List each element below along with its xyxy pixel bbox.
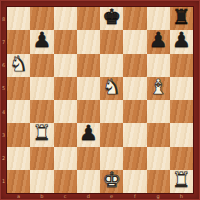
chess-app-window: ♚♜♟♟♟♞♞♝♜♟♚♜ 87654321abcdefgh [0, 0, 200, 200]
square-e1[interactable]: ♚ [100, 170, 123, 193]
square-b7[interactable]: ♟ [30, 30, 53, 53]
rank-label-5: 5 [0, 85, 7, 91]
square-b2[interactable] [30, 147, 53, 170]
square-b1[interactable] [30, 170, 53, 193]
square-f7[interactable] [123, 30, 146, 53]
file-label-d: d [77, 193, 100, 200]
square-a3[interactable] [7, 123, 30, 146]
square-g6[interactable] [147, 54, 170, 77]
square-a7[interactable] [7, 30, 30, 53]
square-f3[interactable] [123, 123, 146, 146]
square-h1[interactable]: ♜ [170, 170, 193, 193]
board-frame: ♚♜♟♟♟♞♞♝♜♟♚♜ 87654321abcdefgh [0, 0, 200, 200]
square-e5[interactable]: ♞ [100, 77, 123, 100]
square-h2[interactable] [170, 147, 193, 170]
square-c4[interactable] [54, 100, 77, 123]
file-label-g: g [147, 193, 170, 200]
square-f4[interactable] [123, 100, 146, 123]
white-knight[interactable]: ♞ [102, 77, 121, 99]
square-c5[interactable] [54, 77, 77, 100]
rank-label-8: 8 [0, 16, 7, 22]
square-g8[interactable] [147, 7, 170, 30]
square-e6[interactable] [100, 54, 123, 77]
black-rook[interactable]: ♜ [172, 7, 191, 29]
black-pawn[interactable]: ♟ [149, 30, 168, 52]
square-a8[interactable] [7, 7, 30, 30]
square-g3[interactable] [147, 123, 170, 146]
black-pawn[interactable]: ♟ [32, 30, 51, 52]
square-a1[interactable] [7, 170, 30, 193]
square-b6[interactable] [30, 54, 53, 77]
white-king[interactable]: ♚ [102, 170, 121, 192]
black-pawn[interactable]: ♟ [172, 30, 191, 52]
file-label-f: f [123, 193, 146, 200]
square-d1[interactable] [77, 170, 100, 193]
chess-board: ♚♜♟♟♟♞♞♝♜♟♚♜ [7, 7, 193, 193]
square-h4[interactable] [170, 100, 193, 123]
square-a5[interactable] [7, 77, 30, 100]
square-c7[interactable] [54, 30, 77, 53]
rank-label-3: 3 [0, 132, 7, 138]
square-e8[interactable]: ♚ [100, 7, 123, 30]
rank-label-4: 4 [0, 109, 7, 115]
square-g4[interactable] [147, 100, 170, 123]
white-knight[interactable]: ♞ [9, 54, 28, 76]
square-d6[interactable] [77, 54, 100, 77]
white-rook[interactable]: ♜ [32, 123, 51, 145]
file-label-h: h [170, 193, 193, 200]
square-f6[interactable] [123, 54, 146, 77]
file-label-e: e [100, 193, 123, 200]
square-b4[interactable] [30, 100, 53, 123]
square-g7[interactable]: ♟ [147, 30, 170, 53]
square-g5[interactable]: ♝ [147, 77, 170, 100]
square-e7[interactable] [100, 30, 123, 53]
white-bishop[interactable]: ♝ [149, 77, 168, 99]
square-g2[interactable] [147, 147, 170, 170]
square-c8[interactable] [54, 7, 77, 30]
file-label-c: c [54, 193, 77, 200]
rank-label-6: 6 [0, 62, 7, 68]
square-h3[interactable] [170, 123, 193, 146]
square-e2[interactable] [100, 147, 123, 170]
square-a2[interactable] [7, 147, 30, 170]
rank-label-7: 7 [0, 39, 7, 45]
square-d3[interactable]: ♟ [77, 123, 100, 146]
rank-label-1: 1 [0, 178, 7, 184]
square-d4[interactable] [77, 100, 100, 123]
square-e3[interactable] [100, 123, 123, 146]
square-d7[interactable] [77, 30, 100, 53]
square-d8[interactable] [77, 7, 100, 30]
square-b8[interactable] [30, 7, 53, 30]
square-c1[interactable] [54, 170, 77, 193]
black-pawn[interactable]: ♟ [79, 123, 98, 145]
square-a6[interactable]: ♞ [7, 54, 30, 77]
square-d2[interactable] [77, 147, 100, 170]
file-label-b: b [30, 193, 53, 200]
square-c3[interactable] [54, 123, 77, 146]
square-b5[interactable] [30, 77, 53, 100]
square-c2[interactable] [54, 147, 77, 170]
square-b3[interactable]: ♜ [30, 123, 53, 146]
square-f1[interactable] [123, 170, 146, 193]
square-h8[interactable]: ♜ [170, 7, 193, 30]
black-king[interactable]: ♚ [102, 7, 121, 29]
square-e4[interactable] [100, 100, 123, 123]
square-f8[interactable] [123, 7, 146, 30]
rank-label-2: 2 [0, 155, 7, 161]
square-h6[interactable] [170, 54, 193, 77]
file-label-a: a [7, 193, 30, 200]
square-f2[interactable] [123, 147, 146, 170]
square-h5[interactable] [170, 77, 193, 100]
square-d5[interactable] [77, 77, 100, 100]
square-f5[interactable] [123, 77, 146, 100]
square-g1[interactable] [147, 170, 170, 193]
square-h7[interactable]: ♟ [170, 30, 193, 53]
square-a4[interactable] [7, 100, 30, 123]
square-c6[interactable] [54, 54, 77, 77]
white-rook[interactable]: ♜ [172, 170, 191, 192]
